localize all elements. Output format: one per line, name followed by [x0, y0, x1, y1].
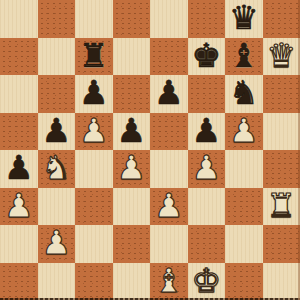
square-a3[interactable]: ♟: [0, 188, 38, 226]
square-h8[interactable]: [263, 0, 301, 38]
square-c2[interactable]: [75, 225, 113, 263]
square-g2[interactable]: [225, 225, 263, 263]
square-h7[interactable]: ♛: [263, 38, 301, 76]
square-e3[interactable]: ♟: [150, 188, 188, 226]
square-b1[interactable]: [38, 263, 76, 300]
square-b2[interactable]: ♟: [38, 225, 76, 263]
square-f6[interactable]: [188, 75, 226, 113]
square-e5[interactable]: [150, 113, 188, 151]
square-d6[interactable]: [113, 75, 151, 113]
square-g6[interactable]: ♞: [225, 75, 263, 113]
black-pawn-piece[interactable]: ♟: [154, 74, 184, 112]
square-g5[interactable]: ♟: [225, 113, 263, 151]
square-d2[interactable]: [113, 225, 151, 263]
square-d1[interactable]: [113, 263, 151, 300]
square-h6[interactable]: [263, 75, 301, 113]
black-bishop-piece[interactable]: ♝: [229, 37, 259, 75]
black-rook-piece[interactable]: ♜: [79, 37, 109, 75]
square-h4[interactable]: [263, 150, 301, 188]
square-d3[interactable]: [113, 188, 151, 226]
square-a1[interactable]: [0, 263, 38, 300]
square-a5[interactable]: [0, 113, 38, 151]
black-knight-piece[interactable]: ♞: [229, 74, 259, 112]
square-h3[interactable]: ♜: [263, 188, 301, 226]
square-e7[interactable]: [150, 38, 188, 76]
white-pawn-piece[interactable]: ♟: [191, 149, 221, 187]
square-g3[interactable]: [225, 188, 263, 226]
square-g8[interactable]: ♛: [225, 0, 263, 38]
square-b5[interactable]: ♟: [38, 113, 76, 151]
square-b7[interactable]: [38, 38, 76, 76]
square-f7[interactable]: ♚: [188, 38, 226, 76]
square-c6[interactable]: ♟: [75, 75, 113, 113]
square-d5[interactable]: ♟: [113, 113, 151, 151]
square-b4[interactable]: ♞: [38, 150, 76, 188]
white-pawn-piece[interactable]: ♟: [154, 187, 184, 225]
black-pawn-piece[interactable]: ♟: [41, 112, 71, 150]
square-a7[interactable]: [0, 38, 38, 76]
square-a8[interactable]: [0, 0, 38, 38]
square-g1[interactable]: [225, 263, 263, 300]
square-f8[interactable]: [188, 0, 226, 38]
square-b6[interactable]: [38, 75, 76, 113]
square-h2[interactable]: [263, 225, 301, 263]
square-g4[interactable]: [225, 150, 263, 188]
black-pawn-piece[interactable]: ♟: [4, 149, 34, 187]
square-a4[interactable]: ♟: [0, 150, 38, 188]
black-king-piece[interactable]: ♚: [191, 37, 221, 75]
white-king-piece[interactable]: ♚: [191, 262, 221, 300]
square-e6[interactable]: ♟: [150, 75, 188, 113]
black-queen-piece[interactable]: ♛: [229, 0, 259, 37]
square-b8[interactable]: [38, 0, 76, 38]
square-g7[interactable]: ♝: [225, 38, 263, 76]
square-f1[interactable]: ♚: [188, 263, 226, 300]
black-pawn-piece[interactable]: ♟: [116, 112, 146, 150]
square-c4[interactable]: [75, 150, 113, 188]
white-rook-piece[interactable]: ♜: [266, 187, 296, 225]
chess-board: ♛♜♚♝♛♟♟♞♟♟♟♟♟♟♞♟♟♟♟♜♟♝♚: [0, 0, 300, 300]
square-b3[interactable]: [38, 188, 76, 226]
square-e8[interactable]: [150, 0, 188, 38]
square-c7[interactable]: ♜: [75, 38, 113, 76]
square-a2[interactable]: [0, 225, 38, 263]
white-bishop-piece[interactable]: ♝: [154, 262, 184, 300]
square-f3[interactable]: [188, 188, 226, 226]
square-e1[interactable]: ♝: [150, 263, 188, 300]
square-e2[interactable]: [150, 225, 188, 263]
square-f5[interactable]: ♟: [188, 113, 226, 151]
white-pawn-piece[interactable]: ♟: [229, 112, 259, 150]
white-pawn-piece[interactable]: ♟: [41, 224, 71, 262]
square-d4[interactable]: ♟: [113, 150, 151, 188]
chess-board-wrapper: ♛♜♚♝♛♟♟♞♟♟♟♟♟♟♞♟♟♟♟♜♟♝♚: [0, 0, 300, 300]
square-d8[interactable]: [113, 0, 151, 38]
square-f4[interactable]: ♟: [188, 150, 226, 188]
square-c3[interactable]: [75, 188, 113, 226]
square-d7[interactable]: [113, 38, 151, 76]
square-e4[interactable]: [150, 150, 188, 188]
white-knight-piece[interactable]: ♞: [41, 149, 71, 187]
square-h5[interactable]: [263, 113, 301, 151]
square-c5[interactable]: ♟: [75, 113, 113, 151]
white-pawn-piece[interactable]: ♟: [4, 187, 34, 225]
white-pawn-piece[interactable]: ♟: [79, 112, 109, 150]
square-a6[interactable]: [0, 75, 38, 113]
square-h1[interactable]: [263, 263, 301, 300]
square-f2[interactable]: [188, 225, 226, 263]
black-pawn-piece[interactable]: ♟: [191, 112, 221, 150]
white-pawn-piece[interactable]: ♟: [116, 149, 146, 187]
black-pawn-piece[interactable]: ♟: [79, 74, 109, 112]
square-c1[interactable]: [75, 263, 113, 300]
white-queen-piece[interactable]: ♛: [266, 37, 296, 75]
square-c8[interactable]: [75, 0, 113, 38]
